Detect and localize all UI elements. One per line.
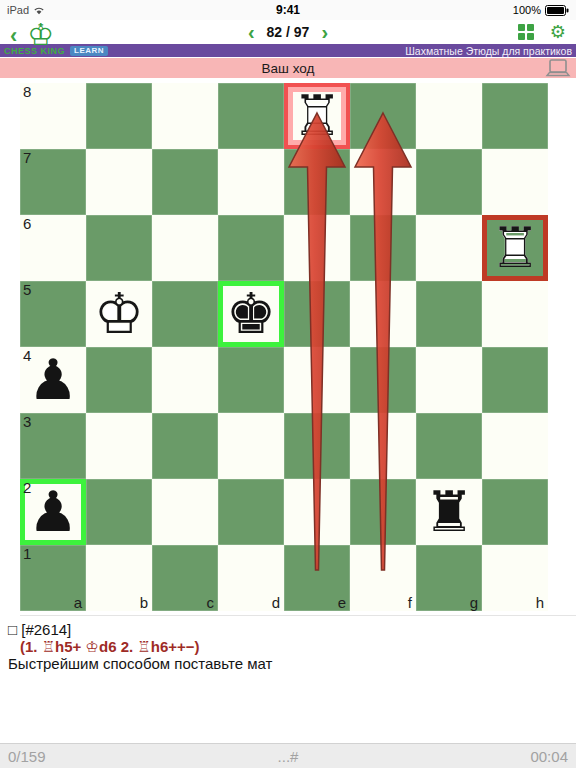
- status-bar: iPad 9:41 100%: [0, 0, 576, 20]
- chess-king-logo-icon[interactable]: ♔: [27, 24, 54, 46]
- square-h2[interactable]: [482, 479, 548, 545]
- rank-label-1: 1: [23, 545, 31, 562]
- square-h7[interactable]: [482, 149, 548, 215]
- rank-label-7: 7: [23, 149, 31, 166]
- square-f6[interactable]: [350, 215, 416, 281]
- square-e7[interactable]: [284, 149, 350, 215]
- divider: [20, 615, 576, 616]
- clock: 9:41: [0, 3, 576, 17]
- square-a5[interactable]: 5: [20, 281, 86, 347]
- file-label-h: h: [536, 594, 544, 611]
- square-c6[interactable]: [152, 215, 218, 281]
- square-a8[interactable]: 8: [20, 83, 86, 149]
- square-g8[interactable]: [416, 83, 482, 149]
- wifi-icon: [33, 6, 45, 15]
- square-d4[interactable]: [218, 347, 284, 413]
- square-c4[interactable]: [152, 347, 218, 413]
- rank-label-4: 4: [23, 347, 31, 364]
- square-g1[interactable]: g: [416, 545, 482, 611]
- chess-board: 8♜♖76♜♖5♚♔♚4♟32♟♜1abcdefgh: [20, 83, 548, 611]
- rank-label-6: 6: [23, 215, 31, 232]
- square-f7[interactable]: [350, 149, 416, 215]
- square-e1[interactable]: e: [284, 545, 350, 611]
- square-b7[interactable]: [86, 149, 152, 215]
- square-e2[interactable]: [284, 479, 350, 545]
- square-a3[interactable]: 3: [20, 413, 86, 479]
- square-g4[interactable]: [416, 347, 482, 413]
- puzzle-type-label: ...#: [278, 748, 299, 765]
- square-g7[interactable]: [416, 149, 482, 215]
- square-a4[interactable]: 4♟: [20, 347, 86, 413]
- square-a6[interactable]: 6: [20, 215, 86, 281]
- back-button[interactable]: ‹: [10, 26, 17, 46]
- nav-bar: ‹ ♔ ‹ 82 / 97 › ⚙: [0, 20, 576, 44]
- gear-icon[interactable]: ⚙: [550, 23, 566, 41]
- black-rook-g2: ♜: [416, 479, 482, 545]
- square-f3[interactable]: [350, 413, 416, 479]
- square-f2[interactable]: [350, 479, 416, 545]
- grid-view-icon[interactable]: [518, 24, 534, 40]
- square-a7[interactable]: 7: [20, 149, 86, 215]
- rank-label-3: 3: [23, 413, 31, 430]
- square-e3[interactable]: [284, 413, 350, 479]
- square-d7[interactable]: [218, 149, 284, 215]
- battery-percent: 100%: [513, 4, 541, 16]
- bottom-bar: 0/159 ...# 00:04: [0, 743, 576, 768]
- board-area: 8♜♖76♜♖5♚♔♚4♟32♟♜1abcdefgh: [0, 78, 576, 616]
- timer: 00:04: [530, 748, 568, 765]
- square-b8[interactable]: [86, 83, 152, 149]
- square-d8[interactable]: [218, 83, 284, 149]
- rank-label-2: 2: [23, 479, 31, 496]
- prev-puzzle-button[interactable]: ‹: [248, 21, 255, 44]
- task-text: Быстрейшим способом поставьте мат: [8, 655, 568, 672]
- square-f5[interactable]: [350, 281, 416, 347]
- square-e8[interactable]: ♜♖: [284, 83, 350, 149]
- puzzle-id: □ [#2614]: [8, 621, 568, 638]
- file-label-b: b: [140, 594, 148, 611]
- square-b4[interactable]: [86, 347, 152, 413]
- white-rook-e8: ♜♖: [284, 83, 350, 149]
- white-rook-h6: ♜♖: [482, 215, 548, 281]
- rank-label-8: 8: [23, 83, 31, 100]
- rank-label-5: 5: [23, 281, 31, 298]
- square-h5[interactable]: [482, 281, 548, 347]
- black-king-d5: ♚: [218, 281, 284, 347]
- square-e6[interactable]: [284, 215, 350, 281]
- square-b6[interactable]: [86, 215, 152, 281]
- square-f1[interactable]: f: [350, 545, 416, 611]
- square-h8[interactable]: [482, 83, 548, 149]
- square-e5[interactable]: [284, 281, 350, 347]
- square-h1[interactable]: h: [482, 545, 548, 611]
- file-label-c: c: [207, 594, 215, 611]
- brand-bar: CHESS KING LEARN Шахматные Этюды для пра…: [0, 44, 576, 57]
- square-g6[interactable]: [416, 215, 482, 281]
- course-title: Шахматные Этюды для практиков: [405, 45, 572, 57]
- next-puzzle-button[interactable]: ›: [321, 21, 328, 44]
- move-banner: Ваш ход: [0, 58, 576, 78]
- status-left: iPad: [7, 4, 45, 16]
- battery-icon: [545, 5, 569, 16]
- battery-area: 100%: [513, 4, 569, 16]
- square-a1[interactable]: 1a: [20, 545, 86, 611]
- file-label-g: g: [470, 594, 478, 611]
- file-label-f: f: [408, 594, 412, 611]
- solution-line: (1. ♖h5+ ♔d6 2. ♖h6++−): [8, 638, 568, 655]
- score-counter: 0/159: [8, 748, 46, 765]
- learn-badge: LEARN: [70, 46, 108, 56]
- your-move-label: Ваш ход: [262, 61, 315, 76]
- square-d3[interactable]: [218, 413, 284, 479]
- square-d6[interactable]: [218, 215, 284, 281]
- square-b2[interactable]: [86, 479, 152, 545]
- square-b1[interactable]: b: [86, 545, 152, 611]
- square-c5[interactable]: [152, 281, 218, 347]
- puzzle-counter: 82 / 97: [267, 24, 310, 40]
- puzzle-notes: □ [#2614] (1. ♖h5+ ♔d6 2. ♖h6++−) Быстре…: [0, 616, 576, 672]
- spacer: [0, 672, 576, 743]
- square-b5[interactable]: ♚♔: [86, 281, 152, 347]
- square-f4[interactable]: [350, 347, 416, 413]
- file-label-d: d: [272, 594, 280, 611]
- square-c7[interactable]: [152, 149, 218, 215]
- square-b3[interactable]: [86, 413, 152, 479]
- square-h4[interactable]: [482, 347, 548, 413]
- file-label-e: e: [338, 594, 346, 611]
- square-c3[interactable]: [152, 413, 218, 479]
- file-label-a: a: [74, 594, 82, 611]
- square-g5[interactable]: [416, 281, 482, 347]
- square-e4[interactable]: [284, 347, 350, 413]
- square-a2[interactable]: 2♟: [20, 479, 86, 545]
- white-king-b5: ♚♔: [86, 281, 152, 347]
- square-c2[interactable]: [152, 479, 218, 545]
- square-c8[interactable]: [152, 83, 218, 149]
- square-d2[interactable]: [218, 479, 284, 545]
- device-label: iPad: [7, 4, 29, 16]
- square-f8[interactable]: [350, 83, 416, 149]
- square-c1[interactable]: c: [152, 545, 218, 611]
- square-g2[interactable]: ♜: [416, 479, 482, 545]
- square-d5[interactable]: ♚: [218, 281, 284, 347]
- square-g3[interactable]: [416, 413, 482, 479]
- square-d1[interactable]: d: [218, 545, 284, 611]
- square-h6[interactable]: ♜♖: [482, 215, 548, 281]
- square-h3[interactable]: [482, 413, 548, 479]
